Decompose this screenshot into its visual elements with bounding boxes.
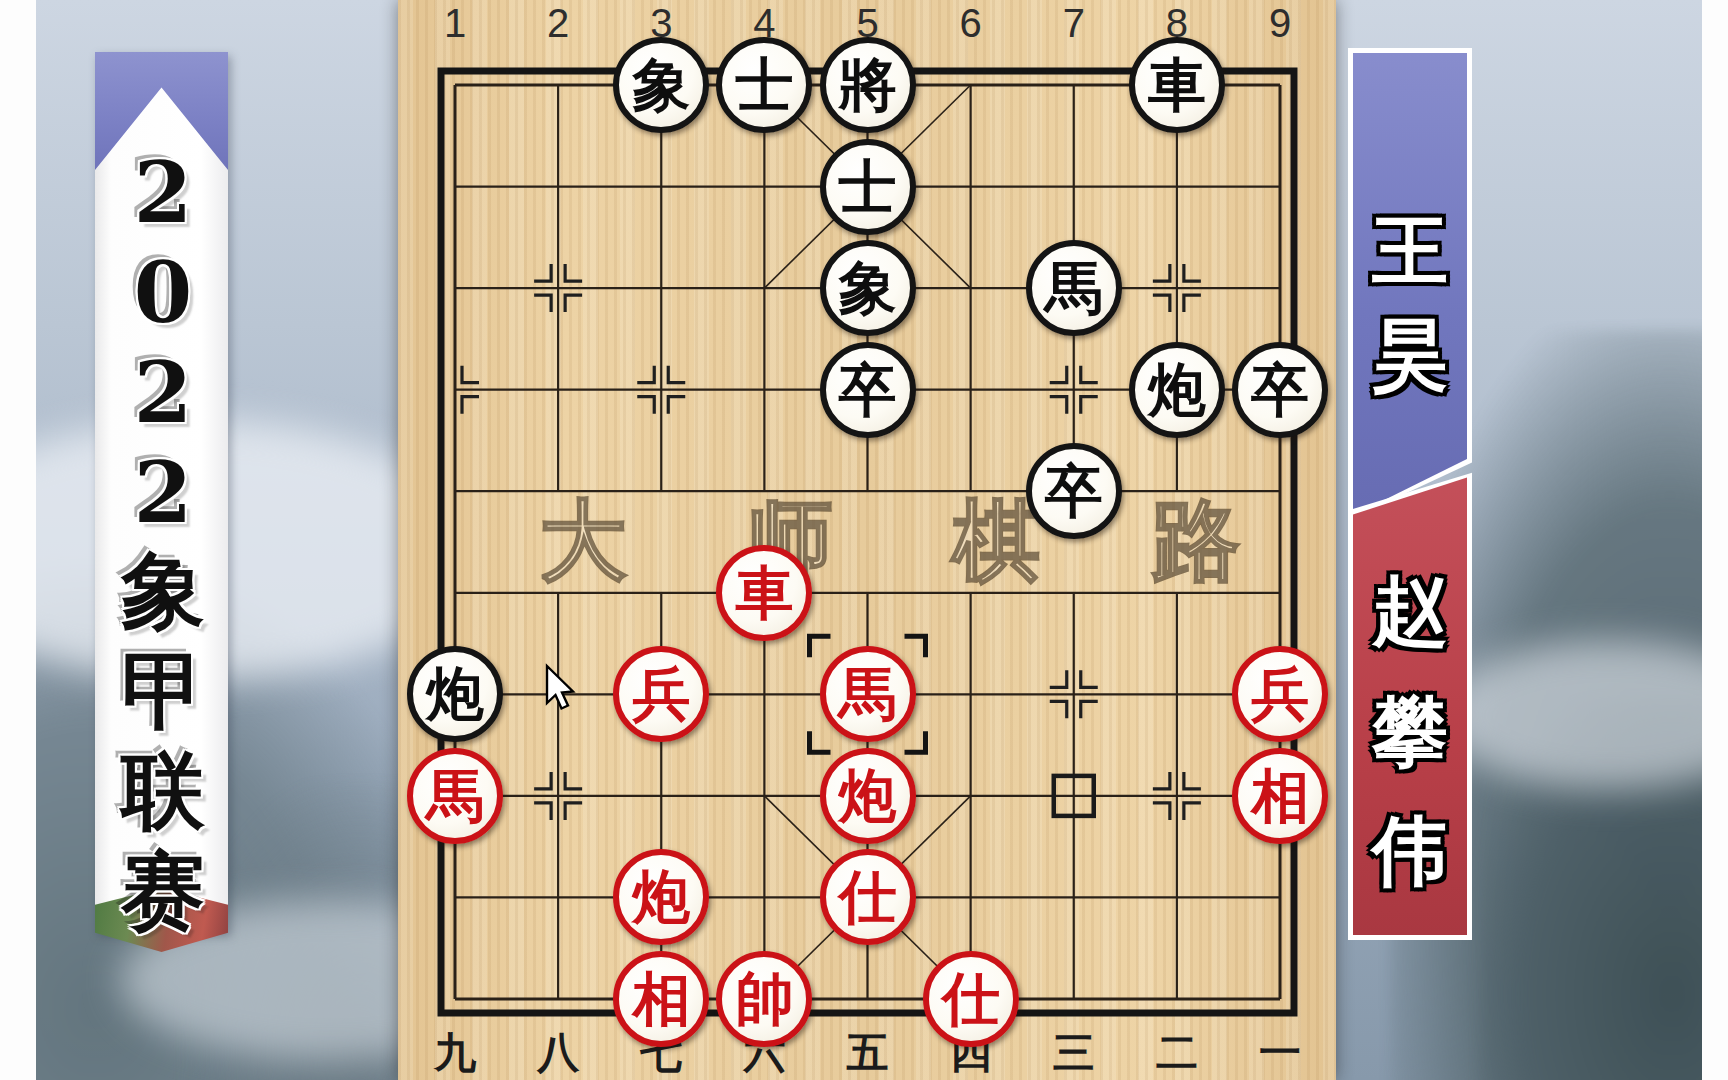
piece-black-chariot[interactable]: 車 (1129, 37, 1225, 133)
piece-black-elephant[interactable]: 象 (820, 240, 916, 336)
piece-black-advisor[interactable]: 士 (820, 139, 916, 235)
file-label-bottom: 八 (537, 1025, 579, 1080)
piece-black-soldier[interactable]: 卒 (1026, 443, 1122, 539)
file-label-top: 2 (547, 1, 569, 46)
file-label-top: 6 (960, 1, 982, 46)
piece-black-horse[interactable]: 馬 (1026, 240, 1122, 336)
piece-red-cannon[interactable]: 炮 (820, 748, 916, 844)
piece-black-advisor[interactable]: 士 (716, 37, 812, 133)
broadcast-frame: 2022象甲联赛 123456789九八七六五四三二一大师棋路 象士將車士象馬卒… (0, 0, 1728, 1080)
file-label-bottom: 五 (847, 1025, 889, 1080)
piece-red-chariot[interactable]: 車 (716, 545, 812, 641)
banner-char: 赵 (1372, 561, 1448, 664)
banner-char: 伟 (1372, 801, 1448, 904)
river-watermark-char: 路 (1152, 482, 1240, 601)
file-label-top: 9 (1269, 1, 1291, 46)
file-label-bottom: 九 (434, 1025, 476, 1080)
piece-red-soldier[interactable]: 兵 (613, 646, 709, 742)
banner-char: 昊 (1372, 305, 1448, 408)
piece-red-general[interactable]: 帥 (716, 951, 812, 1047)
piece-black-soldier[interactable]: 卒 (820, 342, 916, 438)
piece-red-elephant[interactable]: 相 (1232, 748, 1328, 844)
piece-red-cannon[interactable]: 炮 (613, 849, 709, 945)
river-watermark-char: 大 (539, 482, 627, 601)
piece-black-general[interactable]: 將 (820, 37, 916, 133)
piece-black-cannon[interactable]: 炮 (407, 646, 503, 742)
piece-red-soldier[interactable]: 兵 (1232, 646, 1328, 742)
piece-red-horse[interactable]: 馬 (820, 646, 916, 742)
file-label-bottom: 二 (1156, 1025, 1198, 1080)
file-label-top: 7 (1063, 1, 1085, 46)
file-label-top: 1 (444, 1, 466, 46)
piece-black-elephant[interactable]: 象 (613, 37, 709, 133)
banner-char: 王 (1372, 201, 1448, 304)
piece-red-advisor[interactable]: 仕 (923, 951, 1019, 1047)
file-label-bottom: 三 (1053, 1025, 1095, 1080)
piece-black-soldier[interactable]: 卒 (1232, 342, 1328, 438)
banner-char: 攀 (1372, 681, 1448, 784)
piece-black-cannon[interactable]: 炮 (1129, 342, 1225, 438)
file-label-bottom: 一 (1259, 1025, 1301, 1080)
piece-red-elephant[interactable]: 相 (613, 951, 709, 1047)
piece-red-advisor[interactable]: 仕 (820, 849, 916, 945)
piece-red-horse[interactable]: 馬 (407, 748, 503, 844)
